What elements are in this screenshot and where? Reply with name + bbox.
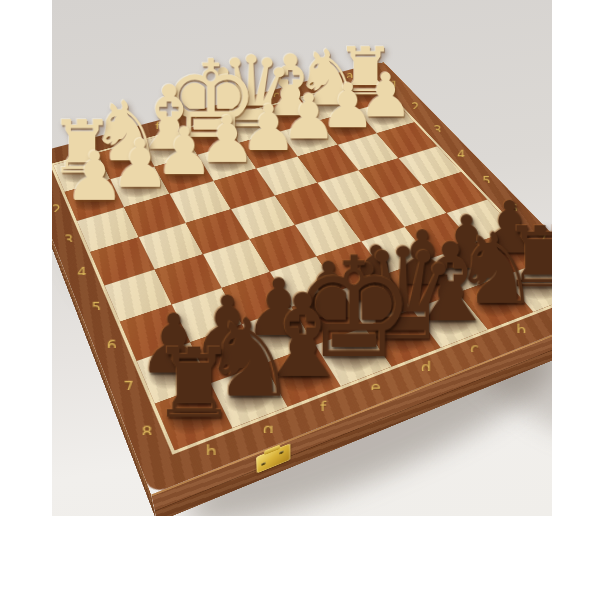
rank-label-left-4-text: 4 (77, 264, 86, 279)
rank-label-left-8-text: 8 (141, 423, 152, 440)
chess-board: 1122334455667788hhggffeeddccbbaa ♜♞♝♚♛♝♞… (52, 61, 552, 494)
rank-label-left-2-text: 2 (52, 202, 61, 216)
file-label-front-f-text: f (320, 400, 326, 417)
file-label-front-b-text: b (516, 323, 526, 339)
file-label-front-h-text: h (205, 443, 216, 461)
rank-label-left-6-text: 6 (107, 337, 117, 353)
file-label-front-g-text: g (262, 421, 273, 438)
rank-label-left-3-text: 3 (64, 232, 73, 246)
rank-label-left-7-text: 7 (123, 378, 134, 395)
file-label-front-c-text: c (470, 341, 479, 357)
clasp-screw (279, 450, 284, 455)
clasp-screw (261, 462, 266, 467)
product-photo: 1122334455667788hhggffeeddccbbaa ♜♞♝♚♛♝♞… (0, 0, 600, 600)
rank-label-right-3-text: 3 (433, 123, 441, 135)
rank-label-left-5-text: 5 (91, 299, 101, 314)
chess-scene: 1122334455667788hhggffeeddccbbaa ♜♞♝♚♛♝♞… (52, 0, 552, 516)
file-label-front-d-text: d (420, 360, 430, 376)
rank-label-right-4-text: 4 (457, 148, 465, 161)
file-label-front-e-text: e (370, 379, 380, 396)
photo-area: 1122334455667788hhggffeeddccbbaa ♜♞♝♚♛♝♞… (52, 0, 552, 516)
